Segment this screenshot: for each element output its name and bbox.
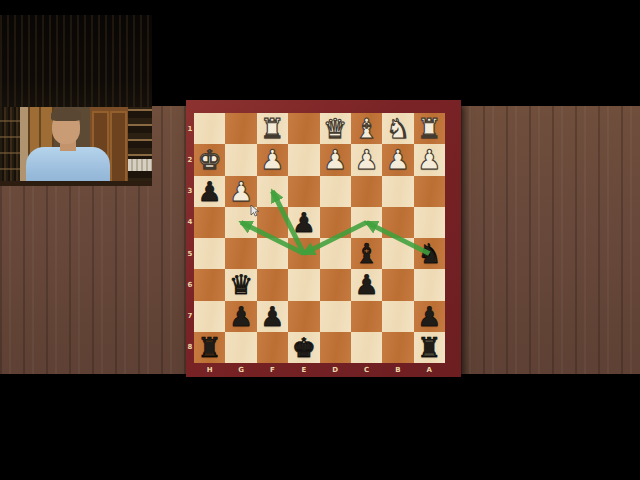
piece-black-pawn[interactable]: ♟ bbox=[354, 269, 378, 300]
square-b5[interactable] bbox=[382, 238, 413, 269]
square-f4[interactable] bbox=[257, 207, 288, 238]
square-c2[interactable]: ♟ bbox=[351, 144, 382, 175]
square-b6[interactable] bbox=[382, 269, 413, 300]
file-label-F: F bbox=[257, 363, 288, 377]
piece-black-pawn[interactable]: ♟ bbox=[292, 207, 316, 238]
rank-label-8: 8 bbox=[186, 332, 194, 363]
rank-coordinates: 12345678 bbox=[186, 113, 194, 363]
square-a8[interactable]: ♜ bbox=[414, 332, 445, 363]
square-a5[interactable]: ♞ bbox=[414, 238, 445, 269]
square-h8[interactable]: ♜ bbox=[194, 332, 225, 363]
square-g2[interactable] bbox=[225, 144, 256, 175]
square-f6[interactable] bbox=[257, 269, 288, 300]
webcam-scene bbox=[0, 107, 152, 186]
bookshelf-right bbox=[128, 107, 152, 186]
square-d6[interactable] bbox=[320, 269, 351, 300]
square-e1[interactable] bbox=[288, 113, 319, 144]
square-d2[interactable]: ♟ bbox=[320, 144, 351, 175]
square-g7[interactable]: ♟ bbox=[225, 301, 256, 332]
square-e7[interactable] bbox=[288, 301, 319, 332]
board[interactable]: ♜♛♝♞♜♚♟♟♟♟♟♟♟♟♝♞♛♟♟♟♟♜♚♜ bbox=[194, 113, 445, 363]
piece-white-pawn[interactable]: ♟ bbox=[323, 144, 347, 175]
square-g8[interactable] bbox=[225, 332, 256, 363]
file-label-E: E bbox=[288, 363, 319, 377]
bookshelf-left bbox=[0, 107, 20, 186]
file-label-A: A bbox=[414, 363, 445, 377]
square-c8[interactable] bbox=[351, 332, 382, 363]
square-d8[interactable] bbox=[320, 332, 351, 363]
square-h2[interactable]: ♚ bbox=[194, 144, 225, 175]
square-f8[interactable] bbox=[257, 332, 288, 363]
square-b4[interactable] bbox=[382, 207, 413, 238]
square-a6[interactable] bbox=[414, 269, 445, 300]
square-d5[interactable] bbox=[320, 238, 351, 269]
square-a1[interactable]: ♜ bbox=[414, 113, 445, 144]
file-label-D: D bbox=[320, 363, 351, 377]
square-h5[interactable] bbox=[194, 238, 225, 269]
square-b1[interactable]: ♞ bbox=[382, 113, 413, 144]
square-f7[interactable]: ♟ bbox=[257, 301, 288, 332]
desk-edge bbox=[0, 181, 152, 186]
square-a7[interactable]: ♟ bbox=[414, 301, 445, 332]
chess-board-frame: 12345678 HGFEDCBA ♜♛♝♞♜♚♟♟♟♟♟♟♟♟♝♞♛♟♟♟♟♜… bbox=[186, 100, 461, 377]
square-h3[interactable]: ♟ bbox=[194, 176, 225, 207]
square-e6[interactable] bbox=[288, 269, 319, 300]
piece-black-pawn[interactable]: ♟ bbox=[417, 301, 441, 332]
cabinet-panel bbox=[110, 111, 127, 185]
square-g6[interactable]: ♛ bbox=[225, 269, 256, 300]
square-g4[interactable] bbox=[225, 207, 256, 238]
square-h4[interactable] bbox=[194, 207, 225, 238]
rank-label-2: 2 bbox=[186, 144, 194, 175]
rank-label-7: 7 bbox=[186, 301, 194, 332]
piece-white-bishop[interactable]: ♝ bbox=[354, 113, 378, 144]
piece-black-pawn[interactable]: ♟ bbox=[229, 301, 253, 332]
square-f2[interactable]: ♟ bbox=[257, 144, 288, 175]
square-c7[interactable] bbox=[351, 301, 382, 332]
rank-label-5: 5 bbox=[186, 238, 194, 269]
square-d7[interactable] bbox=[320, 301, 351, 332]
square-a2[interactable]: ♟ bbox=[414, 144, 445, 175]
piece-white-pawn[interactable]: ♟ bbox=[386, 144, 410, 175]
square-b2[interactable]: ♟ bbox=[382, 144, 413, 175]
piece-black-pawn[interactable]: ♟ bbox=[198, 176, 222, 207]
presenter-head bbox=[52, 110, 80, 144]
square-f5[interactable] bbox=[257, 238, 288, 269]
piece-white-pawn[interactable]: ♟ bbox=[229, 176, 253, 207]
square-g1[interactable] bbox=[225, 113, 256, 144]
file-label-G: G bbox=[225, 363, 256, 377]
square-g5[interactable] bbox=[225, 238, 256, 269]
file-label-H: H bbox=[194, 363, 225, 377]
piece-white-rook[interactable]: ♜ bbox=[417, 113, 441, 144]
square-h1[interactable] bbox=[194, 113, 225, 144]
square-h6[interactable] bbox=[194, 269, 225, 300]
square-d1[interactable]: ♛ bbox=[320, 113, 351, 144]
piece-black-rook[interactable]: ♜ bbox=[198, 332, 222, 363]
file-label-C: C bbox=[351, 363, 382, 377]
square-d3[interactable] bbox=[320, 176, 351, 207]
file-coordinates: HGFEDCBA bbox=[194, 363, 445, 377]
square-b3[interactable] bbox=[382, 176, 413, 207]
square-c3[interactable] bbox=[351, 176, 382, 207]
square-e3[interactable] bbox=[288, 176, 319, 207]
square-h7[interactable] bbox=[194, 301, 225, 332]
piece-white-rook[interactable]: ♜ bbox=[260, 113, 284, 144]
square-d4[interactable] bbox=[320, 207, 351, 238]
rank-label-6: 6 bbox=[186, 269, 194, 300]
piece-white-pawn[interactable]: ♟ bbox=[354, 144, 378, 175]
square-e4[interactable]: ♟ bbox=[288, 207, 319, 238]
piece-white-king[interactable]: ♚ bbox=[198, 144, 222, 175]
piece-white-queen[interactable]: ♛ bbox=[323, 113, 347, 144]
video-frame: 12345678 HGFEDCBA ♜♛♝♞♜♚♟♟♟♟♟♟♟♟♝♞♛♟♟♟♟♜… bbox=[0, 0, 640, 480]
rank-label-3: 3 bbox=[186, 176, 194, 207]
square-f3[interactable] bbox=[257, 176, 288, 207]
square-e8[interactable]: ♚ bbox=[288, 332, 319, 363]
square-b7[interactable] bbox=[382, 301, 413, 332]
webcam-feed bbox=[0, 15, 152, 186]
piece-white-knight[interactable]: ♞ bbox=[386, 113, 410, 144]
square-e2[interactable] bbox=[288, 144, 319, 175]
square-c1[interactable]: ♝ bbox=[351, 113, 382, 144]
piece-black-pawn[interactable]: ♟ bbox=[260, 301, 284, 332]
piece-black-bishop[interactable]: ♝ bbox=[354, 238, 378, 269]
piece-white-pawn[interactable]: ♟ bbox=[260, 144, 284, 175]
square-a4[interactable] bbox=[414, 207, 445, 238]
square-e5[interactable] bbox=[288, 238, 319, 269]
piece-black-king[interactable]: ♚ bbox=[292, 332, 316, 363]
piece-black-rook[interactable]: ♜ bbox=[417, 332, 441, 363]
square-g3[interactable]: ♟ bbox=[225, 176, 256, 207]
square-a3[interactable] bbox=[414, 176, 445, 207]
square-b8[interactable] bbox=[382, 332, 413, 363]
rank-label-1: 1 bbox=[186, 113, 194, 144]
piece-black-knight[interactable]: ♞ bbox=[417, 238, 441, 269]
rank-label-4: 4 bbox=[186, 207, 194, 238]
file-label-B: B bbox=[382, 363, 413, 377]
webcam-dark-bookshelf-top bbox=[0, 15, 152, 107]
square-c4[interactable] bbox=[351, 207, 382, 238]
piece-black-queen[interactable]: ♛ bbox=[229, 269, 253, 300]
piece-white-pawn[interactable]: ♟ bbox=[417, 144, 441, 175]
white-books-row bbox=[128, 159, 152, 171]
square-f1[interactable]: ♜ bbox=[257, 113, 288, 144]
square-c6[interactable]: ♟ bbox=[351, 269, 382, 300]
square-c5[interactable]: ♝ bbox=[351, 238, 382, 269]
